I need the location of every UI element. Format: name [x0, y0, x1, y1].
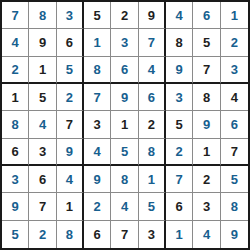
cell-r4c2[interactable]: 5 [29, 84, 56, 111]
cell-r6c4[interactable]: 4 [84, 139, 111, 166]
cell-r1c5[interactable]: 2 [111, 2, 138, 29]
cell-r5c8[interactable]: 9 [193, 111, 220, 138]
cell-r3c9[interactable]: 3 [221, 57, 248, 84]
cell-r9c9[interactable]: 9 [221, 221, 248, 248]
sudoku-board: 7835294614961378522158649731527963848473… [0, 0, 250, 250]
cell-r9c7[interactable]: 1 [166, 221, 193, 248]
cell-r6c5[interactable]: 5 [111, 139, 138, 166]
cell-r8c6[interactable]: 5 [139, 193, 166, 220]
cell-r6c6[interactable]: 8 [139, 139, 166, 166]
cell-r9c4[interactable]: 6 [84, 221, 111, 248]
cell-r9c2[interactable]: 2 [29, 221, 56, 248]
cell-r6c7[interactable]: 2 [166, 139, 193, 166]
cell-r8c7[interactable]: 6 [166, 193, 193, 220]
cell-r5c9[interactable]: 6 [221, 111, 248, 138]
cell-r3c3[interactable]: 5 [57, 57, 84, 84]
cell-r1c6[interactable]: 9 [139, 2, 166, 29]
cell-r3c8[interactable]: 7 [193, 57, 220, 84]
cell-r9c5[interactable]: 7 [111, 221, 138, 248]
cell-r8c1[interactable]: 9 [2, 193, 29, 220]
cell-r9c8[interactable]: 4 [193, 221, 220, 248]
cell-r1c8[interactable]: 6 [193, 2, 220, 29]
cell-r8c4[interactable]: 2 [84, 193, 111, 220]
cell-r1c9[interactable]: 1 [221, 2, 248, 29]
cell-r6c8[interactable]: 1 [193, 139, 220, 166]
cell-r4c8[interactable]: 8 [193, 84, 220, 111]
cell-r6c3[interactable]: 9 [57, 139, 84, 166]
cell-r1c4[interactable]: 5 [84, 2, 111, 29]
cell-r1c1[interactable]: 7 [2, 2, 29, 29]
cell-r3c2[interactable]: 1 [29, 57, 56, 84]
cell-r1c3[interactable]: 3 [57, 2, 84, 29]
cell-r8c8[interactable]: 3 [193, 193, 220, 220]
cell-r6c2[interactable]: 3 [29, 139, 56, 166]
cell-r2c6[interactable]: 7 [139, 29, 166, 56]
cell-r7c9[interactable]: 5 [221, 166, 248, 193]
cell-r2c1[interactable]: 4 [2, 29, 29, 56]
cell-r7c1[interactable]: 3 [2, 166, 29, 193]
cell-r5c1[interactable]: 8 [2, 111, 29, 138]
cell-r5c3[interactable]: 7 [57, 111, 84, 138]
cell-r2c9[interactable]: 2 [221, 29, 248, 56]
cell-r4c7[interactable]: 3 [166, 84, 193, 111]
cell-r8c9[interactable]: 8 [221, 193, 248, 220]
cell-r6c1[interactable]: 6 [2, 139, 29, 166]
cell-r7c8[interactable]: 2 [193, 166, 220, 193]
cell-r4c6[interactable]: 6 [139, 84, 166, 111]
cell-r3c1[interactable]: 2 [2, 57, 29, 84]
cell-r2c4[interactable]: 1 [84, 29, 111, 56]
cell-r7c4[interactable]: 9 [84, 166, 111, 193]
cell-r9c6[interactable]: 3 [139, 221, 166, 248]
cell-r2c3[interactable]: 6 [57, 29, 84, 56]
cell-r5c7[interactable]: 5 [166, 111, 193, 138]
cell-r5c5[interactable]: 1 [111, 111, 138, 138]
cell-r1c2[interactable]: 8 [29, 2, 56, 29]
cell-r5c6[interactable]: 2 [139, 111, 166, 138]
cell-r5c2[interactable]: 4 [29, 111, 56, 138]
cell-r2c2[interactable]: 9 [29, 29, 56, 56]
cell-r2c7[interactable]: 8 [166, 29, 193, 56]
cell-r7c2[interactable]: 6 [29, 166, 56, 193]
cell-r2c5[interactable]: 3 [111, 29, 138, 56]
cell-r8c3[interactable]: 1 [57, 193, 84, 220]
cell-r7c3[interactable]: 4 [57, 166, 84, 193]
cell-r3c7[interactable]: 9 [166, 57, 193, 84]
cell-r9c3[interactable]: 8 [57, 221, 84, 248]
cell-r6c9[interactable]: 7 [221, 139, 248, 166]
cell-r4c9[interactable]: 4 [221, 84, 248, 111]
cell-r5c4[interactable]: 3 [84, 111, 111, 138]
cell-r7c6[interactable]: 1 [139, 166, 166, 193]
cell-r3c6[interactable]: 4 [139, 57, 166, 84]
cell-r4c5[interactable]: 9 [111, 84, 138, 111]
cell-r1c7[interactable]: 4 [166, 2, 193, 29]
cell-r9c1[interactable]: 5 [2, 221, 29, 248]
cell-r3c5[interactable]: 6 [111, 57, 138, 84]
cell-r4c1[interactable]: 1 [2, 84, 29, 111]
cell-r4c4[interactable]: 7 [84, 84, 111, 111]
cell-r8c2[interactable]: 7 [29, 193, 56, 220]
cell-r7c5[interactable]: 8 [111, 166, 138, 193]
cell-r4c3[interactable]: 2 [57, 84, 84, 111]
cell-r3c4[interactable]: 8 [84, 57, 111, 84]
cell-r7c7[interactable]: 7 [166, 166, 193, 193]
cell-r2c8[interactable]: 5 [193, 29, 220, 56]
cell-r8c5[interactable]: 4 [111, 193, 138, 220]
